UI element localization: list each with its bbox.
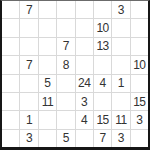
cell-r1c2: 7 <box>20 1 37 18</box>
cell-r4c3[interactable] <box>39 56 56 73</box>
cell-r3c1[interactable] <box>2 38 19 55</box>
cell-r2c2[interactable] <box>20 19 37 36</box>
cell-r1c4[interactable] <box>57 1 74 18</box>
puzzle-board: 73107137810524411131514151133573 <box>0 0 150 150</box>
cell-r4c4: 8 <box>57 56 74 73</box>
cell-r3c5[interactable] <box>76 38 93 55</box>
cell-r2c7[interactable] <box>112 19 129 36</box>
cell-r2c6: 10 <box>94 19 111 36</box>
cell-r1c6[interactable] <box>94 1 111 18</box>
cell-r7c8: 3 <box>131 111 148 128</box>
cell-r6c7[interactable] <box>112 93 129 110</box>
cell-r5c8[interactable] <box>131 75 148 92</box>
cell-r4c7[interactable] <box>112 56 129 73</box>
cell-r7c5: 4 <box>76 111 93 128</box>
cell-r7c2: 1 <box>20 111 37 128</box>
cell-r4c8: 10 <box>131 56 148 73</box>
cell-r4c2: 7 <box>20 56 37 73</box>
cell-r5c2[interactable] <box>20 75 37 92</box>
cell-r8c3[interactable] <box>39 130 56 147</box>
cell-r6c5: 3 <box>76 93 93 110</box>
cell-r8c7: 3 <box>112 130 129 147</box>
cell-r1c1[interactable] <box>2 1 19 18</box>
cell-r6c4[interactable] <box>57 93 74 110</box>
cell-r2c3[interactable] <box>39 19 56 36</box>
cell-r6c2[interactable] <box>20 93 37 110</box>
cell-r6c3: 11 <box>39 93 56 110</box>
cell-r8c5[interactable] <box>76 130 93 147</box>
cell-r2c8[interactable] <box>131 19 148 36</box>
cell-r7c3[interactable] <box>39 111 56 128</box>
cell-r5c3: 5 <box>39 75 56 92</box>
cell-r6c6[interactable] <box>94 93 111 110</box>
cell-r3c2[interactable] <box>20 38 37 55</box>
cell-r5c6: 4 <box>94 75 111 92</box>
cell-r6c8: 15 <box>131 93 148 110</box>
cell-r8c4: 5 <box>57 130 74 147</box>
cell-r3c7[interactable] <box>112 38 129 55</box>
cell-r3c4: 7 <box>57 38 74 55</box>
cell-r5c5: 24 <box>76 75 93 92</box>
cell-r3c8[interactable] <box>131 38 148 55</box>
cell-r2c5[interactable] <box>76 19 93 36</box>
cell-r1c3[interactable] <box>39 1 56 18</box>
cell-r5c1[interactable] <box>2 75 19 92</box>
cell-r5c4[interactable] <box>57 75 74 92</box>
cell-r8c2: 3 <box>20 130 37 147</box>
cell-r5c7: 1 <box>112 75 129 92</box>
cell-r7c4[interactable] <box>57 111 74 128</box>
cell-r1c8[interactable] <box>131 1 148 18</box>
cell-r3c3[interactable] <box>39 38 56 55</box>
cell-r2c4[interactable] <box>57 19 74 36</box>
puzzle-grid: 73107137810524411131514151133573 <box>2 1 148 147</box>
cell-r1c5[interactable] <box>76 1 93 18</box>
cell-r8c1[interactable] <box>2 130 19 147</box>
cell-r4c5[interactable] <box>76 56 93 73</box>
cell-r7c1[interactable] <box>2 111 19 128</box>
cell-r4c6[interactable] <box>94 56 111 73</box>
cell-r8c6: 7 <box>94 130 111 147</box>
cell-r7c7: 11 <box>112 111 129 128</box>
cell-r1c7: 3 <box>112 1 129 18</box>
cell-r7c6: 15 <box>94 111 111 128</box>
cell-r3c6: 13 <box>94 38 111 55</box>
cell-r8c8[interactable] <box>131 130 148 147</box>
cell-r2c1[interactable] <box>2 19 19 36</box>
cell-r4c1[interactable] <box>2 56 19 73</box>
cell-r6c1[interactable] <box>2 93 19 110</box>
